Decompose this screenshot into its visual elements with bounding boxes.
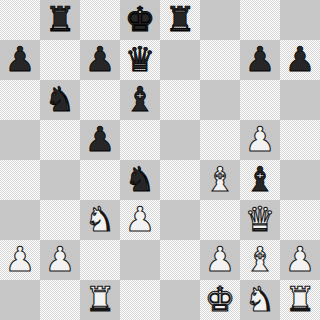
chess-board: ♜♚♜♟♟♛♟♟♞♝♟♟♞♝♝♞♟♛♟♟♟♝♟♜♚♞♜ (0, 0, 320, 320)
piece-white-bishop: ♝ (205, 160, 235, 199)
square-d8[interactable]: ♚ (120, 0, 160, 40)
square-c6[interactable] (80, 80, 120, 120)
piece-white-rook: ♜ (85, 280, 115, 319)
square-d2[interactable] (120, 240, 160, 280)
square-a1[interactable] (0, 280, 40, 320)
square-d3[interactable]: ♟ (120, 200, 160, 240)
square-b8[interactable]: ♜ (40, 0, 80, 40)
square-b6[interactable]: ♞ (40, 80, 80, 120)
square-f6[interactable] (200, 80, 240, 120)
square-b3[interactable] (40, 200, 80, 240)
piece-black-rook: ♜ (45, 0, 75, 39)
square-a5[interactable] (0, 120, 40, 160)
square-a6[interactable] (0, 80, 40, 120)
square-a4[interactable] (0, 160, 40, 200)
square-b5[interactable] (40, 120, 80, 160)
square-f5[interactable] (200, 120, 240, 160)
square-c5[interactable]: ♟ (80, 120, 120, 160)
square-b2[interactable]: ♟ (40, 240, 80, 280)
piece-black-bishop: ♝ (245, 160, 275, 199)
piece-black-knight: ♞ (125, 160, 155, 199)
square-h3[interactable] (280, 200, 320, 240)
square-g6[interactable] (240, 80, 280, 120)
square-a2[interactable]: ♟ (0, 240, 40, 280)
square-h8[interactable] (280, 0, 320, 40)
square-e6[interactable] (160, 80, 200, 120)
square-h6[interactable] (280, 80, 320, 120)
square-d1[interactable] (120, 280, 160, 320)
square-g1[interactable]: ♞ (240, 280, 280, 320)
piece-white-pawn: ♟ (5, 240, 35, 279)
square-e1[interactable] (160, 280, 200, 320)
square-e8[interactable]: ♜ (160, 0, 200, 40)
piece-black-pawn: ♟ (285, 40, 315, 79)
square-f2[interactable]: ♟ (200, 240, 240, 280)
piece-white-pawn: ♟ (205, 240, 235, 279)
square-g7[interactable]: ♟ (240, 40, 280, 80)
square-c2[interactable] (80, 240, 120, 280)
square-h4[interactable] (280, 160, 320, 200)
square-d5[interactable] (120, 120, 160, 160)
square-c7[interactable]: ♟ (80, 40, 120, 80)
square-f3[interactable] (200, 200, 240, 240)
square-g8[interactable] (240, 0, 280, 40)
square-a8[interactable] (0, 0, 40, 40)
piece-white-pawn: ♟ (125, 200, 155, 239)
piece-black-pawn: ♟ (85, 120, 115, 159)
piece-white-knight: ♞ (85, 200, 115, 239)
square-e3[interactable] (160, 200, 200, 240)
square-f1[interactable]: ♚ (200, 280, 240, 320)
square-d4[interactable]: ♞ (120, 160, 160, 200)
square-d7[interactable]: ♛ (120, 40, 160, 80)
square-f4[interactable]: ♝ (200, 160, 240, 200)
square-g4[interactable]: ♝ (240, 160, 280, 200)
square-f8[interactable] (200, 0, 240, 40)
square-b4[interactable] (40, 160, 80, 200)
piece-white-pawn: ♟ (245, 120, 275, 159)
square-e4[interactable] (160, 160, 200, 200)
square-g3[interactable]: ♛ (240, 200, 280, 240)
square-h5[interactable] (280, 120, 320, 160)
square-d6[interactable]: ♝ (120, 80, 160, 120)
piece-white-pawn: ♟ (285, 240, 315, 279)
chess-diagram: ♜♚♜♟♟♛♟♟♞♝♟♟♞♝♝♞♟♛♟♟♟♝♟♜♚♞♜ (0, 0, 320, 320)
square-h1[interactable]: ♜ (280, 280, 320, 320)
piece-white-knight: ♞ (245, 280, 275, 319)
square-c1[interactable]: ♜ (80, 280, 120, 320)
piece-black-knight: ♞ (45, 80, 75, 119)
square-a7[interactable]: ♟ (0, 40, 40, 80)
piece-white-bishop: ♝ (245, 240, 275, 279)
square-f7[interactable] (200, 40, 240, 80)
piece-white-pawn: ♟ (45, 240, 75, 279)
square-g5[interactable]: ♟ (240, 120, 280, 160)
piece-black-pawn: ♟ (5, 40, 35, 79)
square-h2[interactable]: ♟ (280, 240, 320, 280)
square-b7[interactable] (40, 40, 80, 80)
piece-black-king: ♚ (125, 0, 155, 39)
square-e5[interactable] (160, 120, 200, 160)
piece-black-rook: ♜ (165, 0, 195, 39)
piece-white-king: ♚ (205, 280, 235, 319)
square-e2[interactable] (160, 240, 200, 280)
square-c3[interactable]: ♞ (80, 200, 120, 240)
square-c4[interactable] (80, 160, 120, 200)
square-g2[interactable]: ♝ (240, 240, 280, 280)
square-a3[interactable] (0, 200, 40, 240)
piece-black-bishop: ♝ (125, 80, 155, 119)
piece-black-pawn: ♟ (85, 40, 115, 79)
square-e7[interactable] (160, 40, 200, 80)
square-h7[interactable]: ♟ (280, 40, 320, 80)
piece-white-queen: ♛ (245, 200, 275, 239)
square-c8[interactable] (80, 0, 120, 40)
square-b1[interactable] (40, 280, 80, 320)
piece-black-pawn: ♟ (245, 40, 275, 79)
piece-white-rook: ♜ (285, 280, 315, 319)
piece-black-queen: ♛ (125, 40, 155, 79)
